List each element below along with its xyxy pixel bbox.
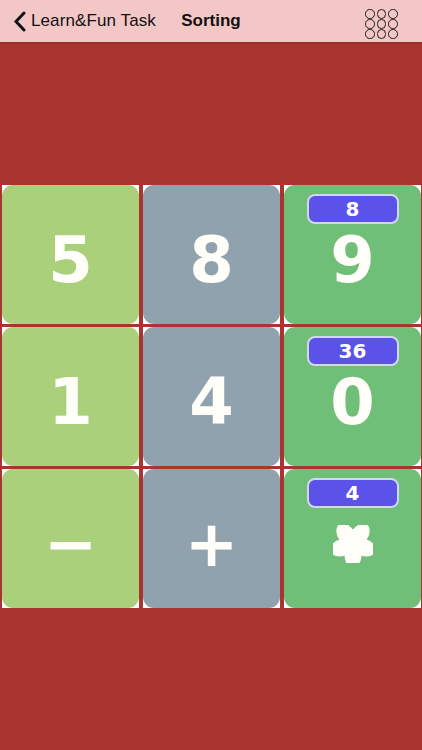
- count-badge-0: 36: [307, 336, 399, 366]
- tile-value: 0: [330, 370, 375, 434]
- sorting-grid: 588914360−+4: [2, 185, 421, 608]
- back-button-label: Learn&Fun Task: [31, 11, 156, 31]
- count-badge-9: 8: [307, 194, 399, 224]
- app-screen: Learn&Fun Task Sorting 588914360−+4: [0, 0, 422, 750]
- menu-dot: [377, 29, 387, 39]
- menu-dot: [388, 9, 398, 19]
- grid-cell-minus: −: [2, 469, 139, 608]
- tile-value: 4: [189, 370, 234, 434]
- menu-dot: [377, 19, 387, 29]
- chevron-left-icon: [13, 11, 26, 32]
- tile-value: 8: [189, 228, 234, 292]
- grid-cell-asterisk: 4: [284, 469, 421, 608]
- tile-minus[interactable]: −: [2, 469, 139, 608]
- nine-dots-grid-icon[interactable]: [365, 9, 398, 39]
- grid-cell-0: 360: [284, 327, 421, 466]
- asterisk-flower-icon: [333, 525, 373, 563]
- back-button[interactable]: Learn&Fun Task: [0, 11, 156, 32]
- menu-dot: [365, 29, 375, 39]
- menu-dot: [388, 19, 398, 29]
- grid-cell-5: 5: [2, 185, 139, 324]
- tile-value: 9: [330, 228, 375, 292]
- tile-1[interactable]: 1: [2, 327, 139, 466]
- grid-cell-9: 89: [284, 185, 421, 324]
- tile-value: 5: [48, 228, 93, 292]
- count-badge-asterisk: 4: [307, 478, 399, 508]
- navigation-bar: Learn&Fun Task Sorting: [0, 0, 422, 44]
- menu-dot: [365, 9, 375, 19]
- tile-value: −: [44, 512, 98, 576]
- tile-0[interactable]: 360: [284, 327, 421, 466]
- tile-5[interactable]: 5: [2, 185, 139, 324]
- menu-dot: [365, 19, 375, 29]
- menu-dot: [377, 9, 387, 19]
- tile-4[interactable]: 4: [143, 327, 280, 466]
- grid-cell-8: 8: [143, 185, 280, 324]
- grid-cell-4: 4: [143, 327, 280, 466]
- tile-value: 1: [48, 370, 93, 434]
- tile-9[interactable]: 89: [284, 185, 421, 324]
- tile-value: +: [185, 512, 239, 576]
- tile-plus[interactable]: +: [143, 469, 280, 608]
- tile-8[interactable]: 8: [143, 185, 280, 324]
- grid-cell-1: 1: [2, 327, 139, 466]
- tile-asterisk[interactable]: 4: [284, 469, 421, 608]
- grid-cell-plus: +: [143, 469, 280, 608]
- menu-dot: [388, 29, 398, 39]
